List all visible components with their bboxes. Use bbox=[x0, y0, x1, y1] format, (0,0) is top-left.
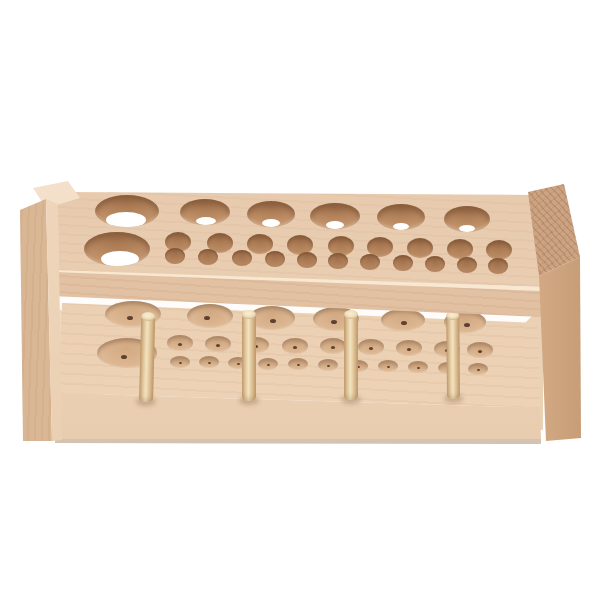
top-hole-large bbox=[444, 206, 490, 232]
top-hole-small bbox=[265, 251, 285, 267]
top-hole-small bbox=[425, 256, 445, 272]
through-hole-opening bbox=[459, 225, 475, 232]
product-photo bbox=[0, 0, 600, 600]
top-hole-medium bbox=[407, 238, 433, 258]
through-hole-opening bbox=[196, 217, 216, 225]
through-hole-opening bbox=[393, 223, 409, 230]
top-hole-small bbox=[360, 254, 380, 270]
top-plate-holes bbox=[0, 0, 600, 600]
through-hole-opening bbox=[326, 221, 344, 229]
top-hole-small bbox=[457, 257, 477, 273]
top-hole-medium bbox=[486, 240, 512, 260]
top-hole-small bbox=[232, 250, 252, 266]
top-hole-small bbox=[165, 248, 185, 264]
top-hole-large bbox=[310, 203, 360, 229]
top-hole-small bbox=[488, 258, 508, 274]
top-hole-small bbox=[328, 253, 348, 269]
top-hole-small bbox=[297, 252, 317, 268]
through-hole-opening bbox=[262, 219, 280, 227]
top-hole-medium bbox=[247, 234, 273, 254]
top-hole-large bbox=[180, 199, 230, 225]
top-hole-large bbox=[95, 195, 159, 227]
top-hole-large bbox=[247, 201, 295, 227]
through-hole-opening bbox=[101, 251, 139, 266]
top-hole-small bbox=[198, 249, 218, 265]
top-hole-large bbox=[84, 232, 150, 266]
top-hole-large bbox=[377, 204, 425, 230]
top-hole-medium bbox=[447, 239, 473, 259]
top-hole-small bbox=[393, 255, 413, 271]
through-hole-opening bbox=[106, 212, 146, 227]
